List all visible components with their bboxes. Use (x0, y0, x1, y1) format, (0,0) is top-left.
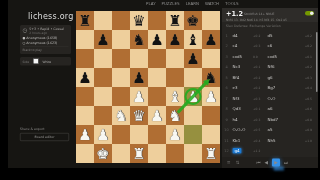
white-move-eval: +0.1 (253, 65, 266, 69)
piece-wP-g4[interactable]: ♟ (184, 87, 202, 106)
analysis-panel: +1.2 Stockfish 14+ NNUE Nxf4 13. Qd2 Ng6… (222, 8, 318, 168)
side-value: White (42, 60, 51, 64)
piece-bP-g6[interactable]: ♟ (184, 49, 202, 68)
square-g2[interactable] (184, 125, 202, 144)
white-move-eval: +1.2 (253, 149, 266, 153)
square-h3[interactable] (202, 106, 220, 125)
black-move-eval: +0.8 (288, 118, 316, 122)
move-row-4: 4Nc3+0.1Nf6+0.2 (222, 62, 316, 73)
piece-wQ-d3[interactable]: ♛ (130, 106, 148, 125)
piece-wP-f2[interactable]: ♟ (166, 125, 184, 144)
piece-bB-g7[interactable]: ♝ (184, 30, 202, 49)
toggle-knob (310, 12, 314, 16)
game-status: Black to play (23, 47, 69, 52)
move-number: 2 (222, 44, 231, 48)
move-row-12: 12g4+1.2 (222, 146, 316, 157)
square-e4[interactable] (148, 87, 166, 106)
black-move-10[interactable]: a5 (266, 128, 288, 133)
flip-board-icon[interactable]: ⇅ (236, 160, 240, 165)
chess-board: ♜♛♜♚♟♞♟♟♝♟♟♟♟♞♟♝♟♟♞♛♟♞♟♟♟♚♜♜ (76, 11, 220, 163)
square-a1[interactable] (76, 144, 94, 163)
square-b5[interactable] (94, 68, 112, 87)
piece-wN-f3[interactable]: ♞ (166, 106, 184, 125)
square-c5[interactable] (112, 68, 130, 87)
square-g6[interactable]: ♟ (184, 49, 202, 68)
square-f8[interactable]: ♜ (166, 11, 184, 30)
black-move-6[interactable]: Bg7 (266, 86, 288, 91)
piece-wB-f4[interactable]: ♝ (166, 87, 184, 106)
square-a5[interactable]: ♟ (76, 68, 94, 87)
piece-wR-h1[interactable]: ♜ (202, 144, 220, 163)
white-move-4[interactable]: Nc3 (231, 65, 253, 70)
square-c1[interactable] (112, 144, 130, 163)
square-d8[interactable]: ♛ (130, 11, 148, 30)
white-move-11[interactable]: Kb1 (231, 138, 253, 143)
nav-item-watch[interactable]: WATCH (205, 2, 219, 7)
screenshot-root: PLAYPUZZLESLEARNWATCHTOOLS lichess.org ◷… (0, 0, 320, 180)
move-number: 9 (222, 117, 231, 121)
next-move-button[interactable]: ▶ (272, 159, 280, 167)
square-c8[interactable] (112, 11, 130, 30)
move-row-7: 7Nf3+0.3O-O+0.5 (222, 93, 316, 104)
square-b6[interactable] (94, 49, 112, 68)
white-move-5[interactable]: Bf4 (231, 75, 253, 80)
move-row-11: 11Kb1+0.4Nh5+1.0 (222, 135, 316, 146)
black-move-4[interactable]: Nf6 (266, 65, 288, 70)
engine-best-line[interactable]: Nxf4 13. Qd2 Ng6 14. h5 Nf4 15. Qe2 e5 (226, 18, 314, 22)
side-indicator-box: Side White (20, 57, 71, 66)
square-b7[interactable]: ♟ (94, 30, 112, 49)
square-f4[interactable]: ♝ (166, 87, 184, 106)
piece-wP-b2[interactable]: ♟ (94, 125, 112, 144)
square-b2[interactable]: ♟ (94, 125, 112, 144)
square-d1[interactable]: ♜ (130, 144, 148, 163)
white-move-2[interactable]: c4 (231, 44, 253, 49)
square-e7[interactable]: ♟ (148, 30, 166, 49)
move-row-6: 6e3+0.2Bg7+0.4 (222, 83, 316, 94)
square-g3[interactable] (184, 106, 202, 125)
piece-bP-b7[interactable]: ♟ (94, 30, 112, 49)
square-c3[interactable]: ♞ (112, 106, 130, 125)
square-c4[interactable] (112, 87, 130, 106)
square-g7[interactable]: ♝ (184, 30, 202, 49)
black-move-eval: +0.9 (288, 128, 316, 132)
square-h1[interactable]: ♜ (202, 144, 220, 163)
square-c6[interactable] (112, 49, 130, 68)
white-move-eval: +0.3 (253, 97, 266, 101)
square-a7[interactable] (76, 30, 94, 49)
engine-toggle[interactable] (305, 11, 314, 16)
white-move-10[interactable]: O-O-O (231, 128, 253, 133)
white-move-eval: +0.3 (253, 44, 266, 48)
black-move-2[interactable]: c6 (266, 44, 288, 49)
black-move-eval: +0.5 (288, 97, 316, 101)
white-move-eval: 0.0 (253, 55, 266, 59)
black-move-eval: +0.2 (288, 65, 316, 69)
white-move-eval: +0.1 (253, 107, 266, 111)
piece-bR-a8[interactable]: ♜ (76, 11, 94, 30)
move-row-9: 9h4+0.3Nbd7+0.8 (222, 114, 316, 125)
engine-eval-box: +1.2 Stockfish 14+ NNUE Nxf4 13. Qd2 Ng6… (222, 8, 318, 22)
move-row-10: 10O-O-O+0.5a5+0.9 (222, 125, 316, 136)
move-row-8: 8Qd3+0.1a6+0.6 (222, 104, 316, 115)
black-move-3[interactable]: cxd5 (266, 54, 288, 59)
square-h4[interactable]: ♟ (202, 87, 220, 106)
white-move-eval: +0.3 (253, 118, 266, 122)
white-move-12[interactable]: g4 (231, 149, 253, 154)
square-b3[interactable] (94, 106, 112, 125)
black-move-7[interactable]: O-O (266, 96, 288, 101)
move-number: 4 (222, 65, 231, 69)
white-move-eval: +0.2 (253, 34, 266, 38)
piece-bR-f8[interactable]: ♜ (166, 11, 184, 30)
move-number: 3 (222, 54, 231, 58)
square-f1[interactable] (166, 144, 184, 163)
white-move-eval: +0.4 (253, 139, 266, 143)
square-d3[interactable]: ♛ (130, 106, 148, 125)
next-button-tooltip-glow (274, 167, 284, 171)
board-editor-button[interactable]: Board editor (20, 133, 69, 141)
square-b1[interactable]: ♚ (94, 144, 112, 163)
black-move-eval: +0.1 (288, 55, 316, 59)
black-move-1[interactable]: d5 (266, 33, 288, 38)
piece-bN-h5[interactable]: ♞ (202, 68, 220, 87)
move-number: 8 (222, 107, 231, 111)
square-h2[interactable] (202, 125, 220, 144)
square-e5[interactable] (148, 68, 166, 87)
square-d5[interactable]: ♟ (130, 68, 148, 87)
piece-wN-c3[interactable]: ♞ (112, 106, 130, 125)
piece-bP-d5[interactable]: ♟ (130, 68, 148, 87)
white-move-eval: +0.2 (253, 76, 266, 80)
square-a2[interactable]: ♟ (76, 125, 94, 144)
replay-toolbar: ≡ ⇅ ⏮ ◀ ▶ ⏭ (222, 157, 318, 168)
engine-eval: +1.2 (226, 10, 243, 18)
square-g5[interactable] (184, 68, 202, 87)
square-e3[interactable]: ♟ (148, 106, 166, 125)
move-number: 12 (222, 149, 231, 153)
piece-bN-d7[interactable]: ♞ (130, 30, 148, 49)
move-number: 6 (222, 86, 231, 90)
black-move-5[interactable]: g6 (266, 75, 288, 80)
move-number: 7 (222, 96, 231, 100)
square-a4[interactable] (76, 87, 94, 106)
white-move-1[interactable]: d4 (231, 33, 253, 38)
top-navbar: PLAYPUZZLESLEARNWATCHTOOLS (146, 2, 239, 7)
black-move-eval: +0.3 (288, 76, 316, 80)
nav-item-play[interactable]: PLAY (146, 2, 156, 7)
square-h8[interactable] (202, 11, 220, 30)
nav-item-learn[interactable]: LEARN (186, 2, 199, 7)
piece-wP-h4[interactable]: ♟ (202, 87, 220, 106)
black-move-9[interactable]: Nbd7 (266, 117, 288, 122)
nav-item-puzzles[interactable]: PUZZLES (162, 2, 180, 7)
black-player[interactable]: ○ Anonymous (1623) (23, 41, 69, 45)
game-meta-box: ◷ 5+3 • Rapid • Casual 2 hours ago ● Ano… (20, 25, 71, 54)
square-c7[interactable] (112, 30, 130, 49)
prev-move-button[interactable]: ◀ (265, 160, 268, 165)
square-f5[interactable] (166, 68, 184, 87)
square-f3[interactable]: ♞ (166, 106, 184, 125)
black-move-eval: +0.4 (288, 86, 316, 90)
game-meta-line2: 2 hours ago (29, 31, 64, 35)
square-h6[interactable] (202, 49, 220, 68)
menu-icon[interactable]: ≡ (227, 160, 231, 165)
move-row-1: 1d4+0.2d5+0.2 (222, 30, 316, 41)
black-move-eval: +0.2 (288, 34, 316, 38)
piece-wP-e3[interactable]: ♟ (148, 106, 166, 125)
white-move-3[interactable]: cxd5 (231, 54, 253, 59)
nav-item-tools[interactable]: TOOLS (225, 2, 239, 7)
square-f7[interactable]: ♟ (166, 30, 184, 49)
white-move-8[interactable]: Qd3 (231, 107, 253, 112)
move-list: 1d4+0.2d5+0.22c4+0.3c6+0.23cxd50.0cxd5+0… (222, 30, 316, 156)
move-list-scrollbar[interactable] (316, 32, 318, 92)
square-f6[interactable] (166, 49, 184, 68)
move-row-3: 3cxd50.0cxd5+0.1 (222, 51, 316, 62)
share-export-link[interactable]: Share & export (20, 127, 45, 131)
square-a8[interactable]: ♜ (76, 11, 94, 30)
square-e6[interactable] (148, 49, 166, 68)
square-a3[interactable] (76, 106, 94, 125)
site-logo[interactable]: lichess.org (28, 11, 74, 21)
square-a6[interactable] (76, 49, 94, 68)
white-player[interactable]: ● Anonymous (1658) (23, 36, 69, 40)
square-d7[interactable]: ♞ (130, 30, 148, 49)
square-c2[interactable] (112, 125, 130, 144)
move-number: 10 (222, 128, 231, 132)
square-b4[interactable] (94, 87, 112, 106)
black-move-11[interactable]: Nh5 (266, 138, 288, 143)
square-f2[interactable]: ♟ (166, 125, 184, 144)
square-g1[interactable] (184, 144, 202, 163)
black-move-eval: +0.6 (288, 107, 316, 111)
square-d6[interactable] (130, 49, 148, 68)
square-e2[interactable] (148, 125, 166, 144)
white-move-eval: +0.2 (253, 86, 266, 90)
piece-bP-f7[interactable]: ♟ (166, 30, 184, 49)
piece-bP-h7[interactable]: ♟ (202, 30, 220, 49)
square-d2[interactable] (130, 125, 148, 144)
piece-wR-d1[interactable]: ♜ (130, 144, 148, 163)
square-b8[interactable] (94, 11, 112, 30)
move-row-2: 2c4+0.3c6+0.2 (222, 41, 316, 52)
black-move-eval: +1.0 (288, 139, 316, 143)
piece-bQ-d8[interactable]: ♛ (130, 11, 148, 30)
move-row-5: 5Bf4+0.2g6+0.3 (222, 72, 316, 83)
move-number: 11 (222, 138, 231, 142)
square-h7[interactable]: ♟ (202, 30, 220, 49)
square-e1[interactable] (148, 144, 166, 163)
black-move-eval: +0.2 (288, 44, 316, 48)
square-g8[interactable]: ♚ (184, 11, 202, 30)
side-label: Side (23, 60, 29, 64)
last-move-button[interactable]: ⏭ (284, 160, 288, 166)
piece-bP-a5[interactable]: ♟ (76, 68, 94, 87)
engine-name: Stockfish 14+ NNUE (244, 12, 274, 16)
piece-wK-b1[interactable]: ♚ (94, 144, 112, 163)
piece-wP-a2[interactable]: ♟ (76, 125, 94, 144)
square-d4[interactable]: ♟ (130, 87, 148, 106)
black-move-8[interactable]: a6 (266, 107, 288, 112)
piece-wP-d4[interactable]: ♟ (130, 87, 148, 106)
square-g4[interactable]: ♟ (184, 87, 202, 106)
white-move-7[interactable]: Nf3 (231, 96, 253, 101)
square-h5[interactable]: ♞ (202, 68, 220, 87)
white-color-swatch[interactable] (33, 59, 39, 65)
first-move-button[interactable]: ⏮ (257, 160, 261, 166)
move-number: 1 (222, 33, 231, 37)
clock-icon: ◷ (23, 27, 28, 33)
square-e8[interactable] (148, 11, 166, 30)
move-number: 5 (222, 75, 231, 79)
white-move-9[interactable]: h4 (231, 117, 253, 122)
white-move-6[interactable]: e3 (231, 86, 253, 91)
piece-bK-g8[interactable]: ♚ (184, 11, 202, 30)
white-move-eval: +0.5 (253, 128, 266, 132)
piece-bP-e7[interactable]: ♟ (148, 30, 166, 49)
opening-name: Slav Defense: Exchange Variation (226, 24, 315, 28)
